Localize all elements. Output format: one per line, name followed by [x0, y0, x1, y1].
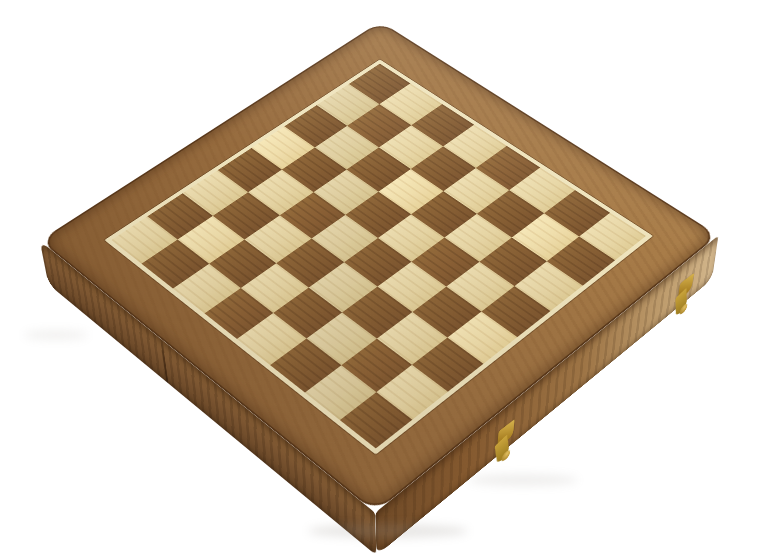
product-photo-scene: [0, 0, 760, 559]
board-shadow-left: [24, 330, 88, 340]
chess-board: [40, 22, 719, 513]
board-top-surface: [40, 22, 719, 513]
board-shadow-bottom: [308, 524, 468, 538]
brass-clasp-upper: [664, 269, 699, 330]
board-shadow-right: [468, 474, 578, 486]
brass-clasp-lower: [484, 415, 519, 479]
fold-seam: [160, 338, 168, 383]
